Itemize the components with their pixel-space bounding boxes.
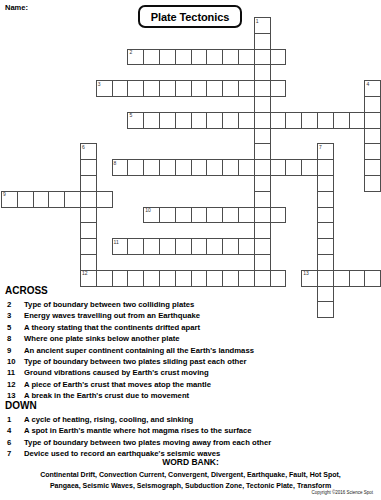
grid-cell[interactable]: 3 bbox=[96, 80, 113, 97]
grid-cell[interactable] bbox=[254, 49, 271, 66]
grid-cell[interactable] bbox=[254, 175, 271, 192]
worksheet-page: Name: Plate Tectonics 12345612789101113 … bbox=[0, 0, 381, 500]
clue-item: 8Where one plate sinks below another pla… bbox=[5, 333, 377, 344]
grid-cell[interactable] bbox=[80, 238, 97, 255]
grid-cell[interactable] bbox=[112, 80, 129, 97]
grid-cell[interactable] bbox=[254, 96, 271, 113]
clue-text: An ancient super continent containing al… bbox=[24, 345, 377, 356]
clue-text: Energy waves travelling out from an Eart… bbox=[24, 310, 377, 321]
grid-cell[interactable] bbox=[317, 191, 334, 208]
grid-cell[interactable] bbox=[159, 159, 176, 176]
clue-item: 2Type of boundary between two colliding … bbox=[5, 299, 377, 310]
clue-number-label: 9 bbox=[5, 345, 24, 356]
grid-cell[interactable] bbox=[159, 207, 176, 224]
grid-cell[interactable] bbox=[127, 238, 144, 255]
grid-cell[interactable] bbox=[175, 49, 192, 66]
grid-cell[interactable] bbox=[191, 207, 208, 224]
grid-cell[interactable] bbox=[222, 207, 239, 224]
down-header: DOWN bbox=[5, 400, 377, 411]
grid-cell[interactable] bbox=[143, 112, 160, 129]
clue-number-label: 5 bbox=[5, 322, 24, 333]
cell-clue-number: 8 bbox=[114, 161, 117, 166]
grid-cell[interactable] bbox=[222, 238, 239, 255]
clue-number-label: 2 bbox=[5, 299, 24, 310]
grid-cell[interactable] bbox=[270, 207, 287, 224]
cell-clue-number: 1 bbox=[256, 19, 259, 24]
grid-cell[interactable]: 6 bbox=[80, 143, 97, 160]
grid-cell[interactable] bbox=[222, 80, 239, 97]
grid-cell[interactable] bbox=[270, 112, 287, 129]
grid-cell[interactable] bbox=[206, 238, 223, 255]
grid-cell[interactable] bbox=[143, 49, 160, 66]
down-clue-list: 1A cycle of heating, rising, cooling, an… bbox=[5, 414, 377, 460]
grid-cell[interactable] bbox=[238, 80, 255, 97]
grid-cell[interactable] bbox=[254, 64, 271, 81]
grid-cell[interactable] bbox=[64, 191, 81, 208]
cell-clue-number: 10 bbox=[145, 208, 151, 213]
grid-cell[interactable] bbox=[254, 207, 271, 224]
grid-cell[interactable] bbox=[285, 159, 302, 176]
grid-cell[interactable] bbox=[238, 207, 255, 224]
grid-cell[interactable] bbox=[48, 191, 65, 208]
clue-item: 9An ancient super continent containing a… bbox=[5, 345, 377, 356]
clue-number-label: 8 bbox=[5, 333, 24, 344]
grid-cell[interactable] bbox=[317, 175, 334, 192]
grid-cell[interactable] bbox=[238, 112, 255, 129]
grid-cell[interactable] bbox=[96, 191, 113, 208]
grid-cell[interactable] bbox=[238, 159, 255, 176]
grid-cell[interactable] bbox=[143, 159, 160, 176]
grid-cell[interactable] bbox=[254, 254, 271, 271]
grid-cell[interactable] bbox=[175, 159, 192, 176]
grid-cell[interactable] bbox=[80, 191, 97, 208]
grid-cell[interactable] bbox=[206, 159, 223, 176]
grid-cell[interactable] bbox=[206, 80, 223, 97]
cell-clue-number: 4 bbox=[366, 82, 369, 87]
clue-text: Ground vibrations caused by Earth's crus… bbox=[24, 367, 377, 378]
across-clues-section: ACROSS 2Type of boundary between two col… bbox=[5, 285, 377, 402]
grid-cell[interactable] bbox=[159, 80, 176, 97]
grid-cell[interactable] bbox=[222, 159, 239, 176]
grid-cell[interactable]: 11 bbox=[112, 238, 129, 255]
grid-cell[interactable] bbox=[301, 112, 318, 129]
clue-item: 10Type of boundary between two plates sl… bbox=[5, 356, 377, 367]
word-bank: WORD BANK: Continental Drift, Convection… bbox=[0, 457, 381, 491]
grid-cell[interactable]: 8 bbox=[112, 159, 129, 176]
grid-cell[interactable] bbox=[364, 175, 381, 192]
grid-cell[interactable] bbox=[127, 159, 144, 176]
clue-text: Type of boundary between two plates slid… bbox=[24, 356, 377, 367]
grid-cell[interactable] bbox=[191, 49, 208, 66]
clue-item: 12A piece of Earth's crust that moves at… bbox=[5, 379, 377, 390]
grid-cell[interactable] bbox=[301, 159, 318, 176]
grid-cell[interactable] bbox=[191, 80, 208, 97]
name-label: Name: bbox=[5, 3, 28, 12]
grid-cell[interactable] bbox=[159, 238, 176, 255]
grid-cell[interactable] bbox=[254, 222, 271, 239]
grid-cell[interactable] bbox=[80, 175, 97, 192]
grid-cell[interactable] bbox=[364, 96, 381, 113]
clue-number-label: 1 bbox=[5, 414, 24, 425]
clue-text: Where one plate sinks below another plat… bbox=[24, 333, 377, 344]
cell-clue-number: 6 bbox=[82, 145, 85, 150]
grid-cell[interactable] bbox=[159, 49, 176, 66]
grid-cell[interactable]: 10 bbox=[143, 207, 160, 224]
grid-cell[interactable] bbox=[159, 112, 176, 129]
grid-cell[interactable] bbox=[317, 207, 334, 224]
across-header: ACROSS bbox=[5, 285, 377, 296]
grid-cell[interactable] bbox=[317, 222, 334, 239]
grid-cell[interactable]: 5 bbox=[127, 112, 144, 129]
grid-cell[interactable]: 4 bbox=[364, 80, 381, 97]
grid-cell[interactable] bbox=[364, 159, 381, 176]
clue-item: 11Ground vibrations caused by Earth's cr… bbox=[5, 367, 377, 378]
grid-cell[interactable] bbox=[349, 112, 366, 129]
cell-clue-number: 5 bbox=[129, 113, 132, 118]
grid-cell[interactable] bbox=[191, 112, 208, 129]
grid-cell[interactable] bbox=[270, 159, 287, 176]
grid-cell[interactable] bbox=[317, 238, 334, 255]
grid-cell[interactable] bbox=[364, 143, 381, 160]
grid-cell[interactable] bbox=[222, 49, 239, 66]
copyright-text: Copyright ©2016 Science Spot bbox=[311, 490, 373, 495]
grid-cell[interactable] bbox=[80, 222, 97, 239]
grid-cell[interactable] bbox=[80, 159, 97, 176]
cell-clue-number: 2 bbox=[129, 50, 132, 55]
grid-cell[interactable] bbox=[317, 112, 334, 129]
grid-cell[interactable] bbox=[127, 80, 144, 97]
clue-item: 3Energy waves travelling out from an Ear… bbox=[5, 310, 377, 321]
grid-cell[interactable] bbox=[333, 112, 350, 129]
clue-item: 5A theory stating that the continents dr… bbox=[5, 322, 377, 333]
grid-cell[interactable] bbox=[254, 128, 271, 145]
down-clues-section: DOWN 1A cycle of heating, rising, coolin… bbox=[5, 400, 377, 460]
grid-cell[interactable] bbox=[143, 80, 160, 97]
grid-cell[interactable] bbox=[238, 49, 255, 66]
cell-clue-number: 12 bbox=[82, 271, 88, 276]
clue-text: A theory stating that the continents dri… bbox=[24, 322, 377, 333]
across-clue-list: 2Type of boundary between two colliding … bbox=[5, 299, 377, 402]
clue-text: Type of boundary between two colliding p… bbox=[24, 299, 377, 310]
grid-cell[interactable] bbox=[175, 112, 192, 129]
grid-cell[interactable] bbox=[254, 112, 271, 129]
word-bank-line-1: Continental Drift, Convection Current, C… bbox=[0, 469, 381, 480]
grid-cell[interactable] bbox=[222, 112, 239, 129]
clue-item: 4A spot in Earth's mantle where hot magm… bbox=[5, 425, 377, 436]
clue-number-label: 4 bbox=[5, 425, 24, 436]
grid-cell[interactable] bbox=[254, 159, 271, 176]
grid-cell[interactable] bbox=[254, 80, 271, 97]
cell-clue-number: 7 bbox=[319, 145, 322, 150]
grid-cell[interactable] bbox=[80, 254, 97, 271]
grid-cell[interactable] bbox=[270, 49, 287, 66]
grid-cell[interactable] bbox=[33, 191, 50, 208]
clue-number-label: 10 bbox=[5, 356, 24, 367]
clue-item: 6Type of boundary between two plates mov… bbox=[5, 437, 377, 448]
clue-number-label: 3 bbox=[5, 310, 24, 321]
grid-cell[interactable] bbox=[80, 207, 97, 224]
clue-number-label: 6 bbox=[5, 437, 24, 448]
grid-cell[interactable]: 2 bbox=[127, 49, 144, 66]
clue-number-label: 12 bbox=[5, 379, 24, 390]
grid-cell[interactable]: 7 bbox=[317, 143, 334, 160]
grid-cell[interactable] bbox=[206, 207, 223, 224]
grid-cell[interactable] bbox=[364, 112, 381, 129]
grid-cell[interactable] bbox=[285, 112, 302, 129]
grid-cell[interactable] bbox=[238, 238, 255, 255]
grid-cell[interactable] bbox=[206, 112, 223, 129]
grid-cell[interactable] bbox=[143, 238, 160, 255]
clue-item: 1A cycle of heating, rising, cooling, an… bbox=[5, 414, 377, 425]
clue-text: A spot in Earth's mantle where hot magma… bbox=[24, 425, 377, 436]
grid-cell[interactable] bbox=[175, 238, 192, 255]
cell-clue-number: 13 bbox=[303, 271, 309, 276]
word-bank-header: WORD BANK: bbox=[0, 457, 381, 467]
cell-clue-number: 9 bbox=[3, 192, 6, 197]
grid-cell[interactable]: 9 bbox=[1, 191, 18, 208]
grid-cell[interactable] bbox=[270, 80, 287, 97]
grid-cell[interactable] bbox=[17, 191, 34, 208]
crossword-grid: 12345612789101113 bbox=[1, 17, 381, 318]
cell-clue-number: 11 bbox=[114, 240, 119, 245]
cell-clue-number: 3 bbox=[98, 82, 101, 87]
grid-cell[interactable] bbox=[317, 254, 334, 271]
clue-text: Type of boundary between two plates movi… bbox=[24, 437, 377, 448]
grid-cell[interactable] bbox=[254, 238, 271, 255]
grid-cell[interactable]: 1 bbox=[254, 17, 271, 34]
grid-cell[interactable] bbox=[254, 191, 271, 208]
clue-number-label: 11 bbox=[5, 367, 24, 378]
grid-cell[interactable] bbox=[191, 238, 208, 255]
grid-cell[interactable] bbox=[364, 128, 381, 145]
grid-cell[interactable] bbox=[317, 159, 334, 176]
grid-cell[interactable] bbox=[191, 159, 208, 176]
clue-text: A cycle of heating, rising, cooling, and… bbox=[24, 414, 377, 425]
grid-cell[interactable] bbox=[175, 80, 192, 97]
grid-cell[interactable] bbox=[254, 33, 271, 50]
clue-text: A piece of Earth's crust that moves atop… bbox=[24, 379, 377, 390]
grid-cell[interactable] bbox=[254, 143, 271, 160]
grid-cell[interactable] bbox=[206, 49, 223, 66]
grid-cell[interactable] bbox=[175, 207, 192, 224]
